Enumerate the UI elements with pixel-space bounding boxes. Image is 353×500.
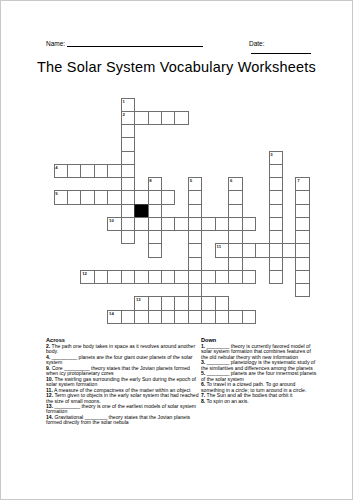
empty-cell [282,310,295,323]
empty-cell [162,125,175,138]
empty-cell [188,164,201,177]
empty-cell [81,178,94,191]
empty-cell [269,297,282,310]
grid-cell[interactable] [269,230,283,244]
empty-cell [81,138,94,151]
grid-cell[interactable] [269,204,283,218]
black-cell [134,204,148,218]
empty-cell [229,138,242,151]
grid-cell[interactable] [121,310,135,324]
empty-cell [148,257,161,270]
grid-cell[interactable]: 4 [54,164,68,178]
empty-cell [162,257,175,270]
empty-cell [188,151,201,164]
grid-cell[interactable]: 13 [134,296,148,310]
empty-cell [108,151,121,164]
empty-cell [135,257,148,270]
empty-cell [94,111,107,124]
grid-cell[interactable]: 3 [269,151,283,165]
empty-cell [269,310,282,323]
grid-cell[interactable] [295,230,309,244]
across-clues-section: Across 2. The path one body takes in spa… [46,337,199,426]
grid-cell[interactable]: 14 [107,310,121,324]
empty-cell [242,151,255,164]
grid-cell[interactable] [188,296,202,310]
empty-cell [94,204,107,217]
grid-cell[interactable] [134,111,148,125]
grid-cell[interactable] [94,190,108,204]
grid-cell[interactable] [201,270,215,284]
clue-number: 6 [230,178,232,183]
empty-cell [67,111,80,124]
grid-cell[interactable] [121,217,135,231]
grid-cell[interactable] [295,257,309,271]
empty-cell [108,231,121,244]
empty-cell [242,111,255,124]
clue-number: 3 [270,152,272,157]
grid-cell[interactable] [107,270,121,284]
empty-cell [215,178,228,191]
empty-cell [296,125,309,138]
empty-cell [242,125,255,138]
empty-cell [148,164,161,177]
empty-cell [162,204,175,217]
empty-cell [282,270,295,283]
empty-cell [282,178,295,191]
empty-cell [229,151,242,164]
empty-cell [202,98,215,111]
empty-cell [81,231,94,244]
grid-cell[interactable] [121,270,135,284]
empty-cell [256,297,269,310]
empty-cell [188,138,201,151]
empty-cell [54,151,67,164]
empty-cell [67,270,80,283]
grid-cell[interactable] [188,310,202,324]
grid-cell[interactable]: 1 [121,98,135,112]
grid-cell[interactable] [215,270,229,284]
grid-cell[interactable]: 7 [295,177,309,191]
empty-cell [67,98,80,111]
grid-cell[interactable] [121,164,135,178]
empty-cell [175,244,188,257]
grid-cell[interactable] [161,217,175,231]
empty-cell [67,217,80,230]
empty-cell [108,297,121,310]
grid-cell[interactable] [228,204,242,218]
empty-cell [215,98,228,111]
name-label: Name: [46,40,65,47]
grid-cell[interactable] [188,243,202,257]
empty-cell [54,217,67,230]
date-label: Date: [249,40,265,47]
down-clue-text: To spin on an axis. [205,398,249,404]
empty-cell [175,151,188,164]
empty-cell [282,217,295,230]
empty-cell [256,111,269,124]
grid-cell[interactable]: 10 [107,217,121,231]
empty-cell [94,98,107,111]
clue-number: 14 [109,311,114,316]
empty-cell [229,164,242,177]
clue-number: 2 [122,112,124,117]
grid-cell[interactable]: 11 [215,243,229,257]
empty-cell [296,138,309,151]
clue-number: 7 [297,178,299,183]
grid-cell[interactable]: 5 [188,177,202,191]
empty-cell [202,164,215,177]
empty-cell [282,297,295,310]
grid-cell[interactable] [269,243,283,257]
grid-cell[interactable] [255,243,269,257]
grid-cell[interactable] [148,190,162,204]
empty-cell [282,231,295,244]
grid-cell[interactable] [94,164,108,178]
grid-cell[interactable] [121,124,135,138]
grid-cell[interactable] [148,270,162,284]
grid-cell[interactable]: 12 [80,270,94,284]
grid-cell[interactable] [121,190,135,204]
grid-cell[interactable] [121,137,135,151]
grid-cell[interactable] [295,217,309,231]
empty-cell [282,204,295,217]
empty-cell [202,111,215,124]
down-clue-text: ________ planetology is the systematic s… [201,359,315,370]
down-clue: 1. ________ theory is currently favored … [201,344,318,360]
empty-cell [175,191,188,204]
grid-cell[interactable] [174,111,188,125]
empty-cell [256,98,269,111]
empty-cell [256,151,269,164]
grid-cell[interactable] [215,217,229,231]
empty-cell [256,204,269,217]
empty-cell [215,191,228,204]
empty-cell [256,284,269,297]
empty-cell [67,297,80,310]
empty-cell [81,297,94,310]
empty-cell [148,151,161,164]
empty-cell [54,284,67,297]
empty-cell [54,125,67,138]
empty-cell [188,98,201,111]
grid-cell[interactable]: 9 [54,190,68,204]
empty-cell [67,231,80,244]
empty-cell [108,125,121,138]
worksheet-page: Name: Date: The Solar System Vocabulary … [0,0,353,500]
grid-cell[interactable] [201,310,215,324]
empty-cell [54,270,67,283]
empty-cell [296,98,309,111]
across-clue: 14. Gravitational ________ theory states… [46,415,199,426]
clue-number: 10 [109,218,114,223]
empty-cell [256,164,269,177]
grid-cell[interactable] [282,243,296,257]
grid-cell[interactable] [107,164,121,178]
grid-cell[interactable] [242,270,256,284]
empty-cell [296,164,309,177]
empty-cell [242,231,255,244]
empty-cell [81,310,94,323]
grid-cell[interactable] [269,190,283,204]
grid-cell[interactable] [148,296,162,310]
empty-cell [67,284,80,297]
empty-cell [67,257,80,270]
grid-cell[interactable] [134,217,148,231]
grid-cell[interactable] [201,217,215,231]
across-clue-text: Term given to objects in the early solar… [46,392,199,403]
empty-cell [282,151,295,164]
empty-cell [215,151,228,164]
grid-cell[interactable] [121,151,135,165]
grid-cell[interactable] [107,190,121,204]
empty-cell [242,164,255,177]
across-clue-text: Gravitational ________ theory states tha… [46,414,190,425]
empty-cell [202,204,215,217]
grid-cell[interactable] [228,310,242,324]
grid-cell[interactable] [228,257,242,271]
empty-cell [108,257,121,270]
grid-cell[interactable] [228,230,242,244]
empty-cell [256,217,269,230]
grid-cell[interactable] [269,270,283,284]
empty-cell [94,217,107,230]
empty-cell [269,98,282,111]
grid-cell[interactable] [188,283,202,297]
grid-cell[interactable] [148,243,162,257]
empty-cell [121,297,134,310]
empty-cell [175,125,188,138]
grid-cell[interactable] [269,164,283,178]
empty-cell [135,178,148,191]
date-blank-line [251,47,311,54]
empty-cell [121,257,134,270]
empty-cell [175,204,188,217]
empty-cell [94,244,107,257]
grid-cell[interactable] [188,270,202,284]
empty-cell [81,125,94,138]
empty-cell [135,231,148,244]
empty-cell [175,231,188,244]
empty-cell [135,125,148,138]
down-clue-text: ________ theory is currently favored mod… [201,343,311,360]
grid-cell[interactable] [134,190,148,204]
grid-cell[interactable] [295,283,309,297]
empty-cell [81,111,94,124]
name-blank-line [67,40,203,47]
empty-cell [215,138,228,151]
empty-cell [269,284,282,297]
grid-cell[interactable] [134,310,148,324]
clue-number: 1 [122,99,124,104]
empty-cell [215,231,228,244]
empty-cell [188,111,201,124]
empty-cell [162,164,175,177]
down-clue-text: ________ planets are the four innermost … [201,370,316,381]
page-title: The Solar System Vocabulary Worksheets [1,59,352,75]
grid-cell[interactable] [228,190,242,204]
grid-cell[interactable] [215,310,229,324]
empty-cell [175,178,188,191]
empty-cell [148,284,161,297]
grid-cell[interactable] [134,270,148,284]
grid-cell[interactable] [148,111,162,125]
empty-cell [94,138,107,151]
empty-cell [94,310,107,323]
grid-cell[interactable] [201,296,215,310]
empty-cell [94,125,107,138]
grid-cell[interactable] [148,217,162,231]
empty-cell [67,204,80,217]
grid-cell[interactable]: 8 [148,177,162,191]
empty-cell [67,178,80,191]
grid-cell[interactable] [148,230,162,244]
grid-cell[interactable] [161,190,175,204]
empty-cell [54,310,67,323]
empty-cell [162,231,175,244]
empty-cell [54,244,67,257]
empty-cell [148,138,161,151]
grid-cell[interactable] [188,190,202,204]
grid-cell[interactable] [80,190,94,204]
crossword-grid: 1234856791011121314 [54,98,309,323]
empty-cell [67,138,80,151]
empty-cell [296,310,309,323]
grid-cell[interactable] [148,310,162,324]
empty-cell [94,231,107,244]
grid-cell[interactable] [228,243,242,257]
grid-cell[interactable] [161,111,175,125]
empty-cell [269,125,282,138]
down-clue-text: To travel in a closed path. To go around… [201,381,306,392]
empty-cell [202,284,215,297]
grid-cell[interactable] [161,270,175,284]
empty-cell [229,111,242,124]
grid-cell[interactable] [269,217,283,231]
grid-cell[interactable] [242,310,256,324]
grid-cell[interactable] [148,204,162,218]
empty-cell [256,138,269,151]
empty-cell [175,98,188,111]
empty-cell [202,244,215,257]
empty-cell [67,151,80,164]
empty-cell [162,284,175,297]
name-field: Name: [46,40,203,47]
empty-cell [94,284,107,297]
grid-cell[interactable] [121,204,135,218]
empty-cell [256,191,269,204]
empty-cell [108,178,121,191]
grid-cell[interactable] [295,204,309,218]
grid-cell[interactable] [174,270,188,284]
empty-cell [202,125,215,138]
grid-cell[interactable] [80,164,94,178]
empty-cell [54,297,67,310]
grid-cell[interactable] [228,270,242,284]
empty-cell [108,204,121,217]
empty-cell [202,151,215,164]
down-clues-section: Down 1. ________ theory is currently fav… [201,337,318,404]
empty-cell [67,310,80,323]
grid-cell[interactable] [188,204,202,218]
grid-cell[interactable] [269,257,283,271]
clue-number: 13 [136,297,141,302]
empty-cell [162,178,175,191]
clue-number: 12 [82,271,87,276]
grid-cell[interactable] [188,230,202,244]
grid-cell[interactable] [295,243,309,257]
grid-cell[interactable] [174,296,188,310]
grid-cell[interactable] [295,190,309,204]
empty-cell [229,284,242,297]
empty-cell [202,231,215,244]
empty-cell [215,111,228,124]
grid-cell[interactable] [269,177,283,191]
empty-cell [282,138,295,151]
grid-cell[interactable] [174,310,188,324]
empty-cell [81,257,94,270]
empty-cell [282,98,295,111]
grid-cell[interactable] [174,217,188,231]
grid-cell[interactable]: 2 [121,111,135,125]
down-clue: 8. To spin on an axis. [201,399,318,404]
empty-cell [81,204,94,217]
empty-cell [94,297,107,310]
grid-cell[interactable] [242,217,256,231]
grid-cell[interactable] [228,217,242,231]
empty-cell [81,217,94,230]
date-field: Date: [249,40,314,54]
grid-cell[interactable] [188,257,202,271]
empty-cell [202,138,215,151]
empty-cell [108,284,121,297]
empty-cell [229,125,242,138]
empty-cell [148,98,161,111]
grid-cell[interactable] [121,177,135,191]
empty-cell [215,257,228,270]
grid-cell[interactable] [295,270,309,284]
grid-cell[interactable] [67,190,81,204]
empty-cell [121,284,134,297]
grid-cell[interactable] [215,296,229,310]
empty-cell [256,178,269,191]
grid-cell[interactable] [161,296,175,310]
grid-cell[interactable] [188,217,202,231]
grid-cell[interactable] [94,270,108,284]
empty-cell [121,244,134,257]
empty-cell [215,204,228,217]
empty-cell [215,125,228,138]
grid-cell[interactable] [67,164,81,178]
empty-cell [282,111,295,124]
empty-cell [162,244,175,257]
clue-number: 5 [190,178,192,183]
across-clue-text: The swirling gas surrounding the early S… [46,376,196,387]
empty-cell [135,98,148,111]
empty-cell [256,310,269,323]
empty-cell [269,138,282,151]
down-clue-list: 1. ________ theory is currently favored … [201,344,318,404]
empty-cell [54,138,67,151]
empty-cell [108,111,121,124]
grid-cell[interactable]: 6 [228,177,242,191]
empty-cell [148,125,161,138]
across-clue-text: _________ theory is one of the earliest … [46,403,196,414]
empty-cell [54,98,67,111]
grid-cell[interactable] [161,310,175,324]
grid-cell[interactable] [242,243,256,257]
empty-cell [81,244,94,257]
grid-cell[interactable] [121,230,135,244]
